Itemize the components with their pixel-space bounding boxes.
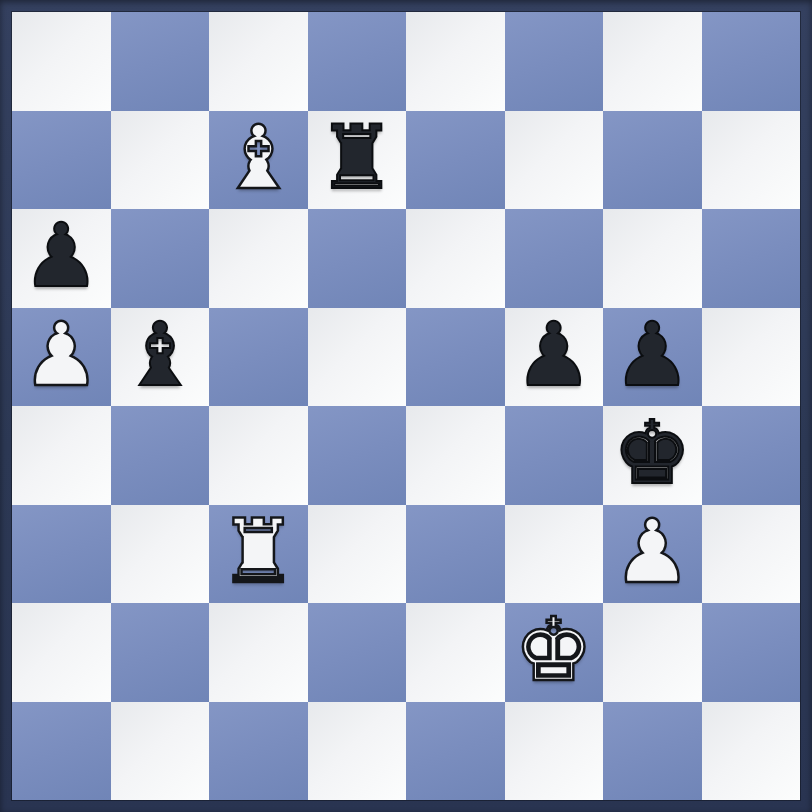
square-a5[interactable]: ♟: [12, 308, 111, 407]
square-d1[interactable]: [308, 702, 407, 801]
square-b5[interactable]: ♝: [111, 308, 210, 407]
square-c1[interactable]: [209, 702, 308, 801]
square-d6[interactable]: [308, 209, 407, 308]
square-c3[interactable]: ♜: [209, 505, 308, 604]
square-f6[interactable]: [505, 209, 604, 308]
square-c7[interactable]: ♝: [209, 111, 308, 210]
square-c2[interactable]: [209, 603, 308, 702]
white-pawn-g3: ♟: [613, 505, 692, 601]
black-pawn-f5: ♟: [514, 308, 593, 404]
square-g5[interactable]: ♟: [603, 308, 702, 407]
square-a2[interactable]: [12, 603, 111, 702]
square-a8[interactable]: [12, 12, 111, 111]
square-c6[interactable]: [209, 209, 308, 308]
square-h5[interactable]: [702, 308, 801, 407]
square-c5[interactable]: [209, 308, 308, 407]
square-e6[interactable]: [406, 209, 505, 308]
square-g6[interactable]: [603, 209, 702, 308]
square-h8[interactable]: [702, 12, 801, 111]
square-f2[interactable]: ♚: [505, 603, 604, 702]
square-h6[interactable]: [702, 209, 801, 308]
square-h1[interactable]: [702, 702, 801, 801]
white-rook-c3: ♜: [219, 505, 298, 601]
black-pawn-a6: ♟: [22, 209, 101, 305]
square-a7[interactable]: [12, 111, 111, 210]
square-f5[interactable]: ♟: [505, 308, 604, 407]
square-e7[interactable]: [406, 111, 505, 210]
square-b1[interactable]: [111, 702, 210, 801]
square-a1[interactable]: [12, 702, 111, 801]
square-a6[interactable]: ♟: [12, 209, 111, 308]
chess-board-frame: ♝♜♟♟♝♟♟♚♜♟♚: [0, 0, 812, 812]
square-d5[interactable]: [308, 308, 407, 407]
square-e4[interactable]: [406, 406, 505, 505]
square-g4[interactable]: ♚: [603, 406, 702, 505]
square-f3[interactable]: [505, 505, 604, 604]
square-g3[interactable]: ♟: [603, 505, 702, 604]
square-b6[interactable]: [111, 209, 210, 308]
black-king-g4: ♚: [613, 406, 692, 502]
black-bishop-b5: ♝: [120, 308, 199, 404]
square-a4[interactable]: [12, 406, 111, 505]
square-b7[interactable]: [111, 111, 210, 210]
square-h2[interactable]: [702, 603, 801, 702]
square-d8[interactable]: [308, 12, 407, 111]
white-pawn-a5: ♟: [22, 308, 101, 404]
square-f4[interactable]: [505, 406, 604, 505]
square-f7[interactable]: [505, 111, 604, 210]
square-e2[interactable]: [406, 603, 505, 702]
square-e5[interactable]: [406, 308, 505, 407]
square-g1[interactable]: [603, 702, 702, 801]
square-g8[interactable]: [603, 12, 702, 111]
square-c4[interactable]: [209, 406, 308, 505]
square-h4[interactable]: [702, 406, 801, 505]
square-d3[interactable]: [308, 505, 407, 604]
white-bishop-c7: ♝: [219, 111, 298, 207]
square-d7[interactable]: ♜: [308, 111, 407, 210]
square-b3[interactable]: [111, 505, 210, 604]
square-e3[interactable]: [406, 505, 505, 604]
square-d4[interactable]: [308, 406, 407, 505]
square-a3[interactable]: [12, 505, 111, 604]
chess-board: ♝♜♟♟♝♟♟♚♜♟♚: [12, 12, 800, 800]
square-b4[interactable]: [111, 406, 210, 505]
square-e1[interactable]: [406, 702, 505, 801]
square-h7[interactable]: [702, 111, 801, 210]
square-d2[interactable]: [308, 603, 407, 702]
square-g7[interactable]: [603, 111, 702, 210]
square-b8[interactable]: [111, 12, 210, 111]
square-e8[interactable]: [406, 12, 505, 111]
square-f8[interactable]: [505, 12, 604, 111]
square-h3[interactable]: [702, 505, 801, 604]
white-king-f2: ♚: [514, 603, 593, 699]
square-g2[interactable]: [603, 603, 702, 702]
square-f1[interactable]: [505, 702, 604, 801]
square-b2[interactable]: [111, 603, 210, 702]
black-pawn-g5: ♟: [613, 308, 692, 404]
square-c8[interactable]: [209, 12, 308, 111]
black-rook-d7: ♜: [317, 111, 396, 207]
